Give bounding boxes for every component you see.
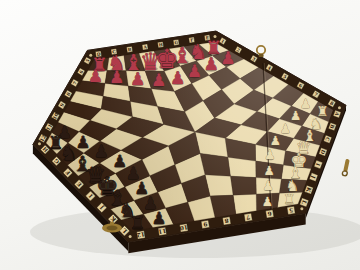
coordinate-label: 6 — [266, 210, 274, 218]
piece-dark-P[interactable]: ♟ — [94, 141, 109, 161]
coordinate-label: 8 — [222, 217, 230, 225]
svg-text:10: 10 — [179, 224, 188, 231]
coordinate-label: 11 — [158, 227, 167, 236]
photo-background: 12111098765DCBAHGFE12345678ABCDIJKL56789… — [0, 0, 360, 270]
piece-dark-P[interactable]: ♟ — [151, 208, 166, 228]
corner-ornament — [38, 142, 41, 145]
piece-cream-P[interactable]: ♟ — [264, 147, 275, 162]
three-player-chess-board: 12111098765DCBAHGFE12345678ABCDIJKL56789… — [0, 0, 360, 270]
piece-red-P[interactable]: ♟ — [187, 61, 203, 81]
coordinate-label: 10 — [179, 224, 188, 233]
piece-cream-P[interactable]: ♟ — [290, 108, 301, 123]
lid-ring-hinge — [257, 46, 265, 54]
latch-hook — [342, 159, 350, 177]
piece-cream-P[interactable]: ♟ — [262, 194, 273, 209]
piece-red-P[interactable]: ♟ — [88, 66, 104, 86]
piece-cream-P[interactable]: ♟ — [263, 178, 274, 193]
piece-red-P[interactable]: ♟ — [109, 67, 125, 87]
piece-cream-P[interactable]: ♟ — [263, 163, 274, 178]
lid-ring-base — [259, 54, 264, 57]
svg-text:11: 11 — [158, 228, 167, 235]
corner-ornament — [129, 235, 132, 238]
piece-cream-P[interactable]: ♟ — [300, 96, 311, 111]
corner-ornament — [338, 106, 341, 109]
piece-red-P[interactable]: ♟ — [170, 68, 186, 88]
piece-cream-P[interactable]: ♟ — [270, 133, 281, 148]
piece-red-P[interactable]: ♟ — [220, 48, 236, 68]
cell-cream-7-2[interactable] — [233, 194, 256, 214]
piece-red-P[interactable]: ♟ — [203, 54, 219, 74]
coordinate-label: 9 — [201, 220, 209, 228]
corner-ornament — [300, 207, 303, 210]
coordinate-label: 5 — [287, 206, 295, 214]
piece-red-P[interactable]: ♟ — [130, 69, 146, 89]
cell-cream-6-2[interactable] — [230, 176, 256, 195]
piece-cream-R[interactable]: ♜ — [283, 192, 295, 207]
coordinate-label: 7 — [244, 213, 252, 221]
piece-dark-R[interactable]: ♜ — [129, 213, 145, 233]
piece-cream-P[interactable]: ♟ — [280, 121, 291, 136]
piece-red-P[interactable]: ♟ — [151, 70, 167, 90]
